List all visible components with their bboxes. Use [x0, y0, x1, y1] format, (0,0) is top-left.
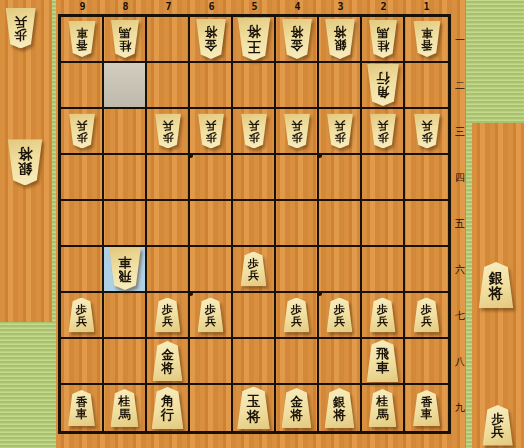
square-1五[interactable]	[405, 201, 448, 247]
rank-label: 七	[453, 293, 467, 339]
rank-labels: 一二三四五六七八九	[453, 17, 467, 431]
piece-kanji: 歩兵	[68, 114, 95, 149]
square-1一[interactable]: 香車	[405, 17, 448, 63]
square-4八[interactable]	[276, 339, 319, 385]
piece-kanji: 歩兵	[413, 298, 440, 333]
piece-kanji: 銀将	[7, 139, 43, 185]
shogi-board: 香車桂馬金将王将金将銀将桂馬香車角行歩兵歩兵歩兵歩兵歩兵歩兵歩兵歩兵飛車歩兵歩兵…	[58, 14, 451, 434]
piece-pawn-gote[interactable]: 歩兵	[68, 114, 95, 149]
square-4一[interactable]: 金将	[276, 17, 319, 63]
square-9九[interactable]: 香車	[61, 385, 104, 431]
square-2四[interactable]	[362, 155, 405, 201]
piece-bishop-sente[interactable]: 角行	[151, 387, 184, 429]
piece-kanji: 銀将	[324, 388, 355, 428]
square-7二[interactable]	[147, 63, 190, 109]
piece-kanji: 玉将	[237, 387, 271, 430]
square-3五[interactable]	[319, 201, 362, 247]
piece-pawn-sente[interactable]: 歩兵	[283, 298, 310, 333]
square-7三[interactable]: 歩兵	[147, 109, 190, 155]
square-3三[interactable]: 歩兵	[319, 109, 362, 155]
square-1二[interactable]	[405, 63, 448, 109]
hand-piece-pawn-sente[interactable]: 歩兵	[482, 405, 513, 446]
square-9五[interactable]	[61, 201, 104, 247]
square-7七[interactable]: 歩兵	[147, 293, 190, 339]
square-3四[interactable]	[319, 155, 362, 201]
square-5四[interactable]	[233, 155, 276, 201]
piece-kanji: 香車	[68, 390, 96, 426]
piece-kanji: 桂馬	[368, 20, 397, 58]
piece-kanji: 歩兵	[240, 252, 267, 287]
piece-kanji: 歩兵	[482, 405, 513, 446]
square-4五[interactable]	[276, 201, 319, 247]
square-3一[interactable]: 銀将	[319, 17, 362, 63]
square-2一[interactable]: 桂馬	[362, 17, 405, 63]
rank-label: 六	[453, 247, 467, 293]
square-9七[interactable]: 歩兵	[61, 293, 104, 339]
piece-kanji: 飛車	[366, 340, 399, 382]
rank-label: 八	[453, 339, 467, 385]
square-4二[interactable]	[276, 63, 319, 109]
piece-kanji: 香車	[413, 390, 441, 426]
square-1九[interactable]: 香車	[405, 385, 448, 431]
piece-pawn-gote[interactable]: 歩兵	[413, 114, 440, 149]
file-label-9: 9	[61, 1, 104, 12]
piece-kanji: 桂馬	[110, 20, 139, 58]
square-6八[interactable]	[190, 339, 233, 385]
piece-kanji: 歩兵	[283, 298, 310, 333]
square-9一[interactable]: 香車	[61, 17, 104, 63]
piece-kanji: 歩兵	[197, 114, 224, 149]
square-5六[interactable]: 歩兵	[233, 247, 276, 293]
piece-kanji: 銀将	[324, 19, 355, 59]
square-1七[interactable]: 歩兵	[405, 293, 448, 339]
square-2八[interactable]: 飛車	[362, 339, 405, 385]
square-8一[interactable]: 桂馬	[104, 17, 147, 63]
piece-king-sente[interactable]: 玉将	[237, 387, 271, 430]
piece-rook-sente[interactable]: 飛車	[366, 340, 399, 382]
piece-kanji: 歩兵	[197, 298, 224, 333]
piece-kanji: 香車	[68, 21, 96, 57]
square-4九[interactable]: 金将	[276, 385, 319, 431]
square-1八[interactable]	[405, 339, 448, 385]
rank-label: 二	[453, 63, 467, 109]
square-9三[interactable]: 歩兵	[61, 109, 104, 155]
piece-pawn-sente[interactable]: 歩兵	[240, 252, 267, 287]
piece-kanji: 香車	[413, 21, 441, 57]
square-5二[interactable]	[233, 63, 276, 109]
piece-lance-sente[interactable]: 香車	[68, 390, 96, 426]
piece-kanji: 歩兵	[283, 114, 310, 149]
square-1三[interactable]: 歩兵	[405, 109, 448, 155]
square-9二[interactable]	[61, 63, 104, 109]
piece-kanji: 歩兵	[413, 114, 440, 149]
square-9八[interactable]	[61, 339, 104, 385]
square-2二[interactable]: 角行	[362, 63, 405, 109]
hand-piece-silver-sente[interactable]: 銀将	[478, 262, 514, 308]
piece-kanji: 歩兵	[154, 298, 181, 333]
piece-king-gote[interactable]: 王将	[237, 18, 271, 61]
square-2七[interactable]: 歩兵	[362, 293, 405, 339]
square-7八[interactable]: 金将	[147, 339, 190, 385]
piece-kanji: 金将	[195, 19, 226, 59]
square-2三[interactable]: 歩兵	[362, 109, 405, 155]
file-label-4: 4	[276, 1, 319, 12]
square-7九[interactable]: 角行	[147, 385, 190, 431]
piece-gold-sente[interactable]: 金将	[281, 388, 312, 428]
square-2六[interactable]	[362, 247, 405, 293]
file-label-7: 7	[147, 1, 190, 12]
square-1六[interactable]	[405, 247, 448, 293]
square-7四[interactable]	[147, 155, 190, 201]
square-6三[interactable]: 歩兵	[190, 109, 233, 155]
piece-pawn-sente[interactable]: 歩兵	[369, 298, 396, 333]
piece-knight-gote[interactable]: 桂馬	[368, 20, 397, 58]
square-6六[interactable]	[190, 247, 233, 293]
piece-kanji: 歩兵	[326, 114, 353, 149]
square-1四[interactable]	[405, 155, 448, 201]
tatami-mat	[466, 0, 524, 123]
piece-lance-gote[interactable]: 香車	[68, 21, 96, 57]
piece-silver-sente[interactable]: 銀将	[324, 388, 355, 428]
piece-pawn-gote[interactable]: 歩兵	[197, 114, 224, 149]
square-9四[interactable]	[61, 155, 104, 201]
piece-kanji: 金将	[281, 19, 312, 59]
piece-pawn-gote[interactable]: 歩兵	[326, 114, 353, 149]
square-3七[interactable]: 歩兵	[319, 293, 362, 339]
rank-label: 三	[453, 109, 467, 155]
piece-kanji: 銀将	[478, 262, 514, 308]
square-3六[interactable]	[319, 247, 362, 293]
square-8五[interactable]	[104, 201, 147, 247]
square-5八[interactable]	[233, 339, 276, 385]
square-5五[interactable]	[233, 201, 276, 247]
piece-rook-gote[interactable]: 飛車	[108, 248, 141, 290]
piece-kanji: 王将	[237, 18, 271, 61]
square-6二[interactable]	[190, 63, 233, 109]
square-4七[interactable]: 歩兵	[276, 293, 319, 339]
piece-lance-gote[interactable]: 香車	[413, 21, 441, 57]
piece-kanji: 角行	[366, 64, 399, 106]
piece-bishop-gote[interactable]: 角行	[366, 64, 399, 106]
piece-kanji: 歩兵	[326, 298, 353, 333]
square-7一[interactable]	[147, 17, 190, 63]
piece-pawn-gote[interactable]: 歩兵	[369, 114, 396, 149]
piece-kanji: 歩兵	[154, 114, 181, 149]
square-4四[interactable]	[276, 155, 319, 201]
square-8七[interactable]	[104, 293, 147, 339]
shogi-app: 987654321 一二三四五六七八九 香車桂馬金将王将金将銀将桂馬香車角行歩兵…	[0, 0, 524, 448]
piece-kanji: 桂馬	[110, 389, 139, 427]
square-2五[interactable]	[362, 201, 405, 247]
square-6四[interactable]	[190, 155, 233, 201]
square-8三[interactable]	[104, 109, 147, 155]
square-9六[interactable]	[61, 247, 104, 293]
rank-label: 一	[453, 17, 467, 63]
piece-pawn-gote[interactable]: 歩兵	[154, 114, 181, 149]
file-label-6: 6	[190, 1, 233, 12]
square-5一[interactable]: 王将	[233, 17, 276, 63]
square-6七[interactable]: 歩兵	[190, 293, 233, 339]
square-4三[interactable]: 歩兵	[276, 109, 319, 155]
square-3二[interactable]	[319, 63, 362, 109]
piece-pawn-gote[interactable]: 歩兵	[283, 114, 310, 149]
piece-kanji: 飛車	[108, 248, 141, 290]
square-5九[interactable]: 玉将	[233, 385, 276, 431]
square-5三[interactable]: 歩兵	[233, 109, 276, 155]
square-2九[interactable]: 桂馬	[362, 385, 405, 431]
hand-piece-pawn-gote[interactable]: 歩兵	[5, 8, 36, 49]
piece-knight-sente[interactable]: 桂馬	[368, 389, 397, 427]
square-3九[interactable]: 銀将	[319, 385, 362, 431]
piece-kanji: 歩兵	[68, 298, 95, 333]
piece-pawn-sente[interactable]: 歩兵	[197, 298, 224, 333]
square-8八[interactable]	[104, 339, 147, 385]
square-6五[interactable]	[190, 201, 233, 247]
piece-kanji: 歩兵	[5, 8, 36, 49]
piece-gold-sente[interactable]: 金将	[152, 341, 183, 381]
rank-label: 四	[453, 155, 467, 201]
piece-gold-gote[interactable]: 金将	[281, 19, 312, 59]
square-4六[interactable]	[276, 247, 319, 293]
piece-silver-gote[interactable]: 銀将	[324, 19, 355, 59]
rank-label: 九	[453, 385, 467, 431]
piece-kanji: 歩兵	[240, 114, 267, 149]
piece-kanji: 歩兵	[369, 114, 396, 149]
piece-lance-sente[interactable]: 香車	[413, 390, 441, 426]
file-labels: 987654321	[61, 1, 448, 12]
file-label-1: 1	[405, 1, 448, 12]
piece-kanji: 金将	[152, 341, 183, 381]
piece-pawn-sente[interactable]: 歩兵	[413, 298, 440, 333]
square-8九[interactable]: 桂馬	[104, 385, 147, 431]
piece-kanji: 金将	[281, 388, 312, 428]
square-6九[interactable]	[190, 385, 233, 431]
piece-pawn-gote[interactable]: 歩兵	[240, 114, 267, 149]
file-label-5: 5	[233, 1, 276, 12]
piece-pawn-sente[interactable]: 歩兵	[326, 298, 353, 333]
piece-kanji: 角行	[151, 387, 184, 429]
square-8二[interactable]	[104, 63, 147, 109]
hand-piece-silver-gote[interactable]: 銀将	[7, 139, 43, 185]
piece-kanji: 桂馬	[368, 389, 397, 427]
file-label-2: 2	[362, 1, 405, 12]
piece-kanji: 歩兵	[369, 298, 396, 333]
rank-label: 五	[453, 201, 467, 247]
square-7五[interactable]	[147, 201, 190, 247]
piece-knight-sente[interactable]: 桂馬	[110, 389, 139, 427]
square-7六[interactable]	[147, 247, 190, 293]
piece-pawn-sente[interactable]: 歩兵	[154, 298, 181, 333]
file-label-3: 3	[319, 1, 362, 12]
square-8四[interactable]	[104, 155, 147, 201]
square-5七[interactable]	[233, 293, 276, 339]
file-label-8: 8	[104, 1, 147, 12]
piece-pawn-sente[interactable]: 歩兵	[68, 298, 95, 333]
square-8六[interactable]: 飛車	[104, 247, 147, 293]
square-3八[interactable]	[319, 339, 362, 385]
square-6一[interactable]: 金将	[190, 17, 233, 63]
piece-gold-gote[interactable]: 金将	[195, 19, 226, 59]
piece-knight-gote[interactable]: 桂馬	[110, 20, 139, 58]
